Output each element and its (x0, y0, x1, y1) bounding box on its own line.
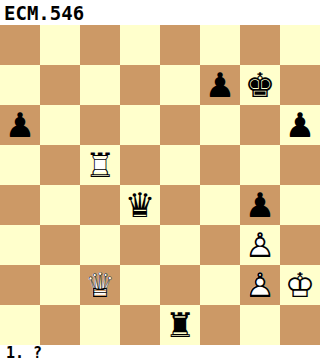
square-h7[interactable] (280, 65, 320, 105)
square-d1[interactable] (120, 305, 160, 345)
square-h1[interactable] (280, 305, 320, 345)
square-f4[interactable] (200, 185, 240, 225)
square-a8[interactable] (0, 25, 40, 65)
square-h4[interactable] (280, 185, 320, 225)
square-e8[interactable] (160, 25, 200, 65)
square-f7[interactable]: ♟ (200, 65, 240, 105)
black-king: ♚ (240, 65, 280, 105)
square-b6[interactable] (40, 105, 80, 145)
square-h8[interactable] (280, 25, 320, 65)
square-g1[interactable] (240, 305, 280, 345)
square-b3[interactable] (40, 225, 80, 265)
square-h5[interactable] (280, 145, 320, 185)
square-c7[interactable] (80, 65, 120, 105)
square-a3[interactable] (0, 225, 40, 265)
white-queen: ♛♕ (80, 265, 120, 305)
white-rook: ♜♖ (80, 145, 120, 185)
square-e1[interactable]: ♜ (160, 305, 200, 345)
square-b5[interactable] (40, 145, 80, 185)
square-a1[interactable] (0, 305, 40, 345)
square-c4[interactable] (80, 185, 120, 225)
square-f3[interactable] (200, 225, 240, 265)
square-f6[interactable] (200, 105, 240, 145)
square-b1[interactable] (40, 305, 80, 345)
square-g4[interactable]: ♟ (240, 185, 280, 225)
square-f5[interactable] (200, 145, 240, 185)
black-pawn: ♟ (0, 105, 40, 145)
square-a5[interactable] (0, 145, 40, 185)
square-e7[interactable] (160, 65, 200, 105)
white-pawn: ♟♙ (240, 225, 280, 265)
black-pawn: ♟ (240, 185, 280, 225)
square-e5[interactable] (160, 145, 200, 185)
black-rook: ♜ (160, 305, 200, 345)
square-c6[interactable] (80, 105, 120, 145)
black-queen: ♛ (120, 185, 160, 225)
move-prompt: 1. ? (0, 345, 320, 360)
square-g6[interactable] (240, 105, 280, 145)
white-pawn: ♟♙ (240, 265, 280, 305)
square-f2[interactable] (200, 265, 240, 305)
square-a7[interactable] (0, 65, 40, 105)
chess-board: ♟♚♟♟♜♖♛♟♟♙♛♕♟♙♚♔♜ (0, 25, 320, 345)
square-c2[interactable]: ♛♕ (80, 265, 120, 305)
black-pawn: ♟ (280, 105, 320, 145)
square-e3[interactable] (160, 225, 200, 265)
square-e2[interactable] (160, 265, 200, 305)
white-king: ♚♔ (280, 265, 320, 305)
square-d7[interactable] (120, 65, 160, 105)
square-g3[interactable]: ♟♙ (240, 225, 280, 265)
square-d5[interactable] (120, 145, 160, 185)
square-c1[interactable] (80, 305, 120, 345)
square-d8[interactable] (120, 25, 160, 65)
square-b4[interactable] (40, 185, 80, 225)
black-pawn: ♟ (200, 65, 240, 105)
square-g5[interactable] (240, 145, 280, 185)
square-g2[interactable]: ♟♙ (240, 265, 280, 305)
square-d6[interactable] (120, 105, 160, 145)
square-c5[interactable]: ♜♖ (80, 145, 120, 185)
square-b8[interactable] (40, 25, 80, 65)
square-c8[interactable] (80, 25, 120, 65)
square-a4[interactable] (0, 185, 40, 225)
square-e4[interactable] (160, 185, 200, 225)
square-h3[interactable] (280, 225, 320, 265)
square-d2[interactable] (120, 265, 160, 305)
square-f8[interactable] (200, 25, 240, 65)
square-d3[interactable] (120, 225, 160, 265)
diagram-title: ECM.546 (0, 0, 320, 25)
square-b2[interactable] (40, 265, 80, 305)
square-g7[interactable]: ♚ (240, 65, 280, 105)
square-d4[interactable]: ♛ (120, 185, 160, 225)
square-h2[interactable]: ♚♔ (280, 265, 320, 305)
square-f1[interactable] (200, 305, 240, 345)
square-a6[interactable]: ♟ (0, 105, 40, 145)
square-g8[interactable] (240, 25, 280, 65)
square-h6[interactable]: ♟ (280, 105, 320, 145)
square-b7[interactable] (40, 65, 80, 105)
square-c3[interactable] (80, 225, 120, 265)
square-e6[interactable] (160, 105, 200, 145)
square-a2[interactable] (0, 265, 40, 305)
